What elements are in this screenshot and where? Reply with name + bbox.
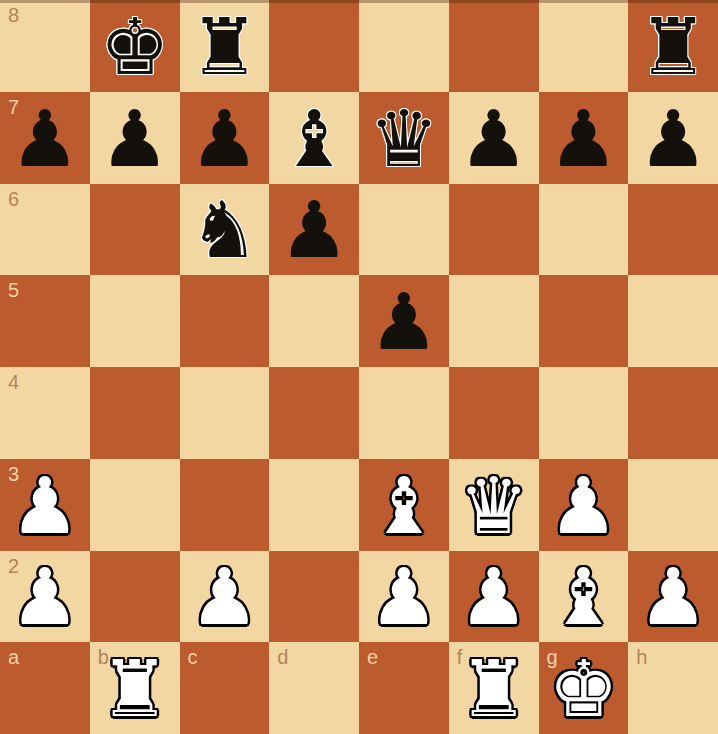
rank-label-8: 8 — [8, 5, 19, 25]
square-h6[interactable] — [628, 184, 718, 276]
square-d1[interactable]: d — [269, 642, 359, 734]
square-a3[interactable]: 3♟ — [0, 459, 90, 551]
piece-white-pawn[interactable]: ♟ — [548, 467, 618, 545]
square-h5[interactable] — [628, 275, 718, 367]
piece-black-pawn[interactable]: ♟ — [638, 100, 708, 178]
square-d7[interactable]: ♝ — [269, 92, 359, 184]
square-d3[interactable] — [269, 459, 359, 551]
square-d4[interactable] — [269, 367, 359, 459]
square-g7[interactable]: ♟ — [539, 92, 629, 184]
square-a2[interactable]: 2♟ — [0, 551, 90, 643]
piece-white-pawn[interactable]: ♟ — [459, 558, 529, 636]
square-e4[interactable] — [359, 367, 449, 459]
square-c2[interactable]: ♟ — [180, 551, 270, 643]
square-c3[interactable] — [180, 459, 270, 551]
piece-black-pawn[interactable]: ♟ — [10, 100, 80, 178]
square-g8[interactable] — [539, 0, 629, 92]
square-a8[interactable]: 8 — [0, 0, 90, 92]
piece-white-king[interactable]: ♚ — [548, 650, 618, 728]
square-a6[interactable]: 6 — [0, 184, 90, 276]
square-e2[interactable]: ♟ — [359, 551, 449, 643]
piece-black-rook[interactable]: ♜ — [189, 8, 259, 86]
square-b1[interactable]: b♜ — [90, 642, 180, 734]
square-a4[interactable]: 4 — [0, 367, 90, 459]
square-f7[interactable]: ♟ — [449, 92, 539, 184]
piece-white-pawn[interactable]: ♟ — [10, 558, 80, 636]
square-b5[interactable] — [90, 275, 180, 367]
piece-black-pawn[interactable]: ♟ — [279, 191, 349, 269]
piece-white-pawn[interactable]: ♟ — [638, 558, 708, 636]
file-label-e: e — [367, 647, 378, 667]
square-d5[interactable] — [269, 275, 359, 367]
piece-black-knight[interactable]: ♞ — [189, 191, 259, 269]
piece-black-queen[interactable]: ♛ — [369, 100, 439, 178]
square-b2[interactable] — [90, 551, 180, 643]
square-b6[interactable] — [90, 184, 180, 276]
square-c6[interactable]: ♞ — [180, 184, 270, 276]
piece-white-bishop[interactable]: ♝ — [548, 558, 618, 636]
piece-white-bishop[interactable]: ♝ — [369, 467, 439, 545]
square-h8[interactable]: ♜ — [628, 0, 718, 92]
rank-label-6: 6 — [8, 189, 19, 209]
square-c5[interactable] — [180, 275, 270, 367]
rank-label-5: 5 — [8, 280, 19, 300]
square-b3[interactable] — [90, 459, 180, 551]
square-f8[interactable] — [449, 0, 539, 92]
square-b8[interactable]: ♚ — [90, 0, 180, 92]
square-d8[interactable] — [269, 0, 359, 92]
square-e3[interactable]: ♝ — [359, 459, 449, 551]
square-c1[interactable]: c — [180, 642, 270, 734]
rank-label-4: 4 — [8, 372, 19, 392]
piece-black-pawn[interactable]: ♟ — [100, 100, 170, 178]
square-g3[interactable]: ♟ — [539, 459, 629, 551]
square-c7[interactable]: ♟ — [180, 92, 270, 184]
square-h7[interactable]: ♟ — [628, 92, 718, 184]
piece-white-queen[interactable]: ♛ — [459, 467, 529, 545]
square-c8[interactable]: ♜ — [180, 0, 270, 92]
square-g5[interactable] — [539, 275, 629, 367]
square-h1[interactable]: h — [628, 642, 718, 734]
file-label-c: c — [188, 647, 198, 667]
square-h2[interactable]: ♟ — [628, 551, 718, 643]
piece-black-pawn[interactable]: ♟ — [459, 100, 529, 178]
piece-white-rook[interactable]: ♜ — [100, 650, 170, 728]
piece-black-pawn[interactable]: ♟ — [369, 283, 439, 361]
square-e6[interactable] — [359, 184, 449, 276]
square-f2[interactable]: ♟ — [449, 551, 539, 643]
file-label-d: d — [277, 647, 288, 667]
square-c4[interactable] — [180, 367, 270, 459]
square-d6[interactable]: ♟ — [269, 184, 359, 276]
square-g1[interactable]: g♚ — [539, 642, 629, 734]
piece-white-rook[interactable]: ♜ — [459, 650, 529, 728]
piece-black-pawn[interactable]: ♟ — [189, 100, 259, 178]
piece-black-king[interactable]: ♚ — [100, 8, 170, 86]
square-d2[interactable] — [269, 551, 359, 643]
piece-white-pawn[interactable]: ♟ — [10, 467, 80, 545]
piece-black-pawn[interactable]: ♟ — [548, 100, 618, 178]
square-f5[interactable] — [449, 275, 539, 367]
piece-black-rook[interactable]: ♜ — [638, 8, 708, 86]
square-g4[interactable] — [539, 367, 629, 459]
square-a1[interactable]: a — [0, 642, 90, 734]
square-f4[interactable] — [449, 367, 539, 459]
piece-white-pawn[interactable]: ♟ — [369, 558, 439, 636]
square-g6[interactable] — [539, 184, 629, 276]
square-h4[interactable] — [628, 367, 718, 459]
square-f3[interactable]: ♛ — [449, 459, 539, 551]
square-b4[interactable] — [90, 367, 180, 459]
square-f1[interactable]: f♜ — [449, 642, 539, 734]
square-g2[interactable]: ♝ — [539, 551, 629, 643]
square-h3[interactable] — [628, 459, 718, 551]
piece-black-bishop[interactable]: ♝ — [279, 100, 349, 178]
piece-white-pawn[interactable]: ♟ — [189, 558, 259, 636]
square-b7[interactable]: ♟ — [90, 92, 180, 184]
square-e5[interactable]: ♟ — [359, 275, 449, 367]
file-label-a: a — [8, 647, 19, 667]
square-a7[interactable]: 7♟ — [0, 92, 90, 184]
square-f6[interactable] — [449, 184, 539, 276]
file-label-h: h — [636, 647, 647, 667]
square-a5[interactable]: 5 — [0, 275, 90, 367]
square-e8[interactable] — [359, 0, 449, 92]
square-e1[interactable]: e — [359, 642, 449, 734]
chess-board: 8♚♜♜7♟♟♟♝♛♟♟♟6♞♟5♟43♟♝♛♟2♟♟♟♟♝♟ab♜cdef♜g… — [0, 0, 718, 734]
square-e7[interactable]: ♛ — [359, 92, 449, 184]
